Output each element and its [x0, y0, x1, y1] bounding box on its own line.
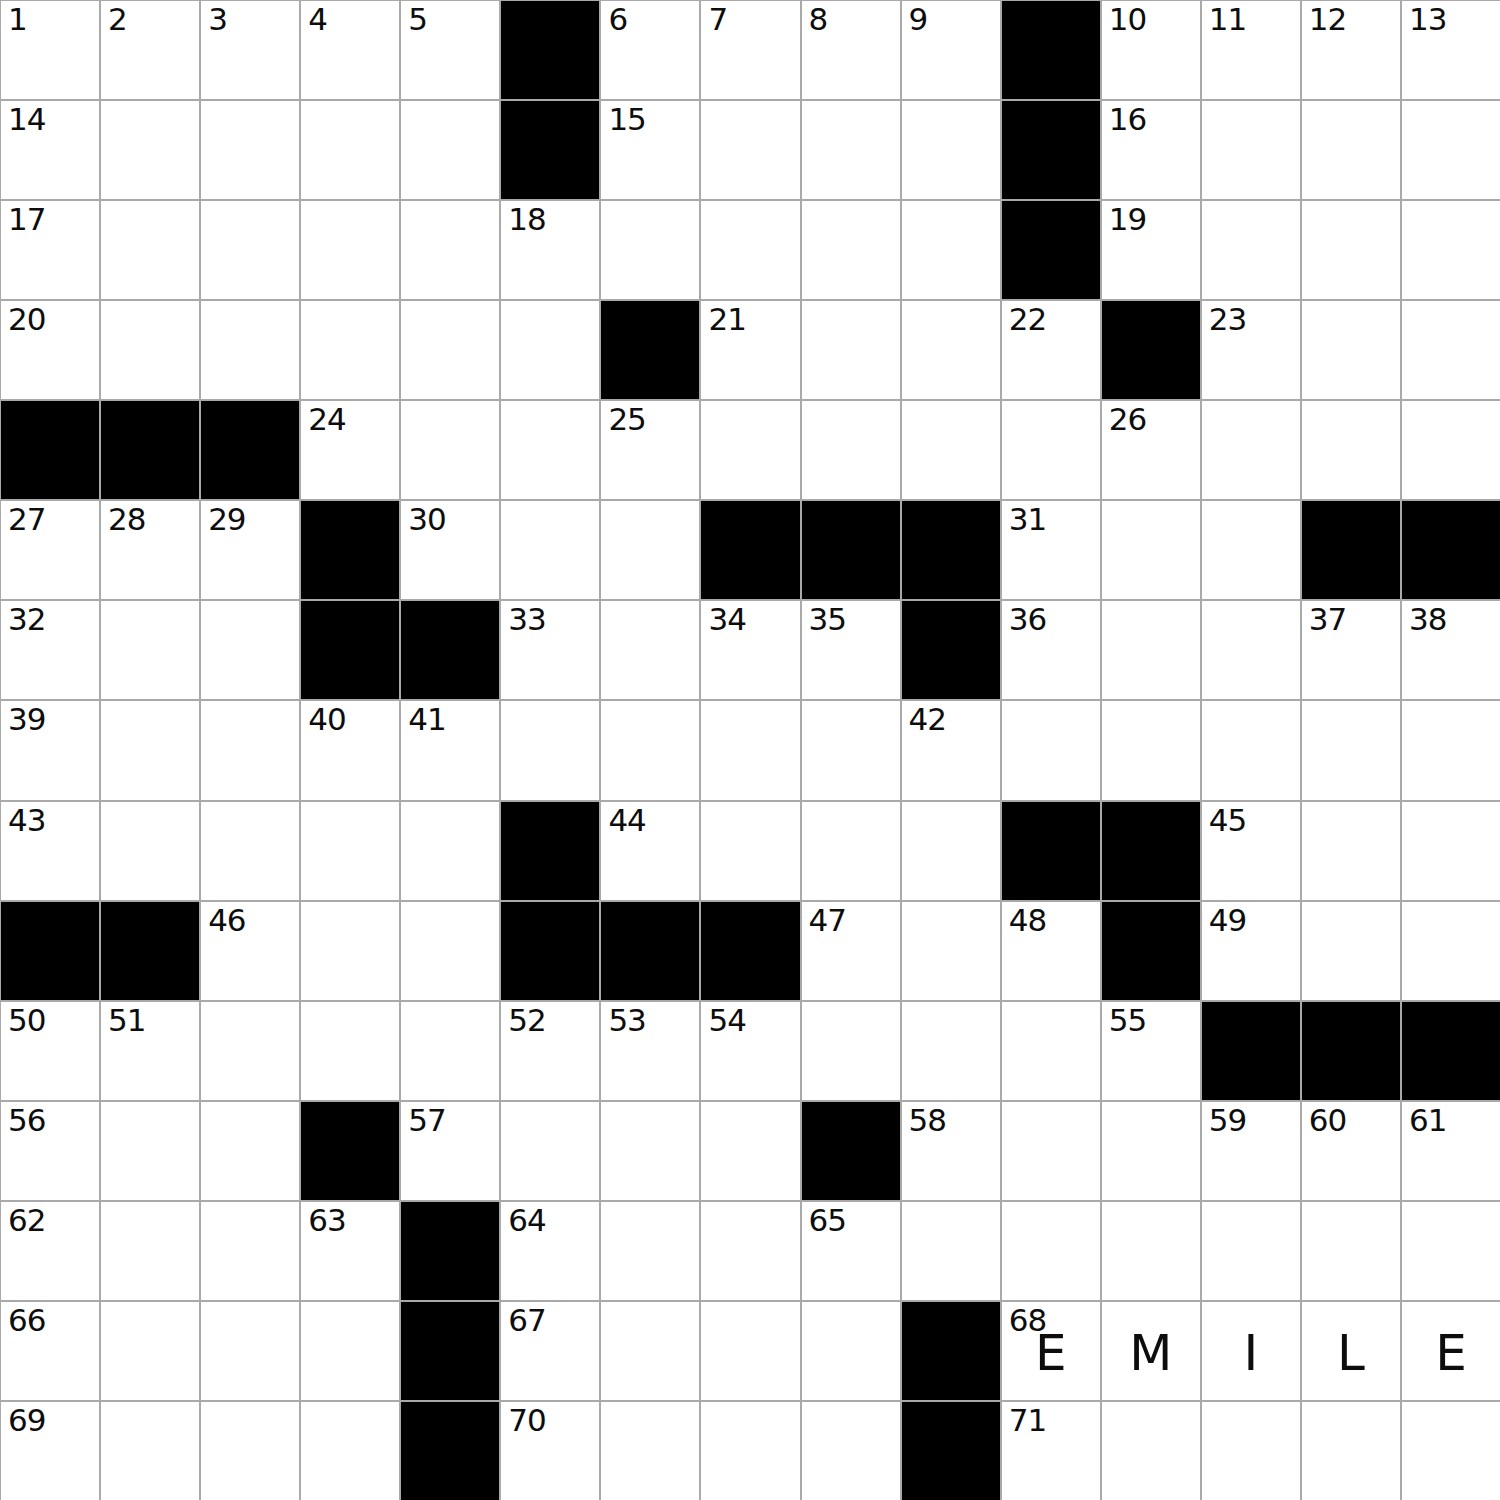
- cell-r4c12[interactable]: [1202, 401, 1300, 499]
- cell-r9c8[interactable]: 47: [802, 902, 900, 1000]
- cell-r8c7[interactable]: [701, 802, 799, 900]
- clue-number: 71: [1009, 1405, 1046, 1436]
- cell-r11c13[interactable]: 60: [1302, 1102, 1400, 1200]
- cell-r3c13[interactable]: [1302, 301, 1400, 399]
- block-cell-r5c7: [701, 501, 799, 599]
- clue-number: 8: [809, 4, 828, 35]
- cell-r0c2[interactable]: 3: [201, 1, 299, 99]
- block-cell-r9c1: [101, 902, 199, 1000]
- block-cell-r5c14: [1402, 501, 1500, 599]
- cell-r5c2[interactable]: 29: [201, 501, 299, 599]
- clue-number: 17: [8, 204, 45, 235]
- cell-r2c4[interactable]: [401, 201, 499, 299]
- cell-r3c4[interactable]: [401, 301, 499, 399]
- clue-number: 9: [909, 4, 928, 35]
- clue-number: 64: [508, 1205, 545, 1236]
- clue-number: 11: [1209, 4, 1246, 35]
- block-cell-r14c9: [902, 1402, 1000, 1500]
- cell-r4c13[interactable]: [1302, 401, 1400, 499]
- cell-r11c5[interactable]: [501, 1102, 599, 1200]
- clue-number: 56: [8, 1105, 45, 1136]
- cell-r7c0[interactable]: 39: [1, 701, 99, 799]
- cell-r10c8[interactable]: [802, 1002, 900, 1100]
- cell-r10c5[interactable]: 52: [501, 1002, 599, 1100]
- cell-r9c9[interactable]: [902, 902, 1000, 1000]
- cell-r12c10[interactable]: [1002, 1202, 1100, 1300]
- block-cell-r0c10: [1002, 1, 1100, 99]
- cell-r7c12[interactable]: [1202, 701, 1300, 799]
- cell-r11c0[interactable]: 56: [1, 1102, 99, 1200]
- cell-r1c13[interactable]: [1302, 101, 1400, 199]
- cell-r14c14[interactable]: [1402, 1402, 1500, 1500]
- cell-r0c7[interactable]: 7: [701, 1, 799, 99]
- cell-r11c12[interactable]: 59: [1202, 1102, 1300, 1200]
- cell-r1c0[interactable]: 14: [1, 101, 99, 199]
- cell-r2c5[interactable]: 18: [501, 201, 599, 299]
- cell-r1c4[interactable]: [401, 101, 499, 199]
- cell-r7c9[interactable]: 42: [902, 701, 1000, 799]
- cell-r14c13[interactable]: [1302, 1402, 1400, 1500]
- cell-r1c8[interactable]: [802, 101, 900, 199]
- clue-number: 44: [608, 805, 645, 836]
- cell-r9c4[interactable]: [401, 902, 499, 1000]
- cell-r2c6[interactable]: [601, 201, 699, 299]
- cell-r5c12[interactable]: [1202, 501, 1300, 599]
- clue-number: 66: [8, 1305, 45, 1336]
- cell-r10c1[interactable]: 51: [101, 1002, 199, 1100]
- cell-r1c6[interactable]: 15: [601, 101, 699, 199]
- block-cell-r4c2: [201, 401, 299, 499]
- cell-r4c14[interactable]: [1402, 401, 1500, 499]
- cell-r12c0[interactable]: 62: [1, 1202, 99, 1300]
- cell-r4c10[interactable]: [1002, 401, 1100, 499]
- cell-r3c2[interactable]: [201, 301, 299, 399]
- cell-r2c8[interactable]: [802, 201, 900, 299]
- cell-r0c6[interactable]: 6: [601, 1, 699, 99]
- cell-r2c13[interactable]: [1302, 201, 1400, 299]
- cell-r5c4[interactable]: 30: [401, 501, 499, 599]
- cell-r10c7[interactable]: 54: [701, 1002, 799, 1100]
- clue-number: 15: [608, 104, 645, 135]
- cell-r11c14[interactable]: 61: [1402, 1102, 1500, 1200]
- clue-number: 40: [308, 704, 345, 735]
- cell-r0c1[interactable]: 2: [101, 1, 199, 99]
- clue-number: 58: [909, 1105, 946, 1136]
- cell-r7c4[interactable]: 41: [401, 701, 499, 799]
- clue-number: 30: [408, 504, 445, 535]
- block-cell-r9c0: [1, 902, 99, 1000]
- block-cell-r6c4: [401, 601, 499, 699]
- clue-number: 45: [1209, 805, 1246, 836]
- cell-r9c14[interactable]: [1402, 902, 1500, 1000]
- clue-number: 24: [308, 404, 345, 435]
- cell-r14c3[interactable]: [301, 1402, 399, 1500]
- cell-r3c0[interactable]: 20: [1, 301, 99, 399]
- cell-r1c12[interactable]: [1202, 101, 1300, 199]
- cell-r2c9[interactable]: [902, 201, 1000, 299]
- cell-r1c3[interactable]: [301, 101, 399, 199]
- block-cell-r11c3: [301, 1102, 399, 1200]
- cell-r13c11[interactable]: M: [1102, 1302, 1200, 1400]
- clue-number: 41: [408, 704, 445, 735]
- cell-r6c10[interactable]: 36: [1002, 601, 1100, 699]
- cell-r13c14[interactable]: E: [1402, 1302, 1500, 1400]
- cell-r6c0[interactable]: 32: [1, 601, 99, 699]
- cell-r7c1[interactable]: [101, 701, 199, 799]
- block-cell-r5c3: [301, 501, 399, 599]
- clue-number: 32: [8, 604, 45, 635]
- clue-number: 38: [1409, 604, 1446, 635]
- cell-r2c3[interactable]: [301, 201, 399, 299]
- cell-r6c5[interactable]: 33: [501, 601, 599, 699]
- block-cell-r5c9: [902, 501, 1000, 599]
- clue-number: 16: [1109, 104, 1146, 135]
- clue-number: 14: [8, 104, 45, 135]
- cell-r3c1[interactable]: [101, 301, 199, 399]
- cell-r7c5[interactable]: [501, 701, 599, 799]
- block-cell-r1c10: [1002, 101, 1100, 199]
- block-cell-r13c9: [902, 1302, 1000, 1400]
- clue-number: 35: [809, 604, 846, 635]
- clue-number: 31: [1009, 504, 1046, 535]
- cell-r1c7[interactable]: [701, 101, 799, 199]
- cell-r1c9[interactable]: [902, 101, 1000, 199]
- block-cell-r12c4: [401, 1202, 499, 1300]
- cell-r4c4[interactable]: [401, 401, 499, 499]
- cell-r4c7[interactable]: [701, 401, 799, 499]
- block-cell-r5c8: [802, 501, 900, 599]
- cell-r7c10[interactable]: [1002, 701, 1100, 799]
- cell-r1c11[interactable]: 16: [1102, 101, 1200, 199]
- cell-r11c1[interactable]: [101, 1102, 199, 1200]
- cell-r2c1[interactable]: [101, 201, 199, 299]
- cell-r5c6[interactable]: [601, 501, 699, 599]
- cell-r13c2[interactable]: [201, 1302, 299, 1400]
- clue-number: 63: [308, 1205, 345, 1236]
- block-cell-r14c4: [401, 1402, 499, 1500]
- block-cell-r9c11: [1102, 902, 1200, 1000]
- cell-r3c10[interactable]: 22: [1002, 301, 1100, 399]
- clue-number: 22: [1009, 304, 1046, 335]
- cell-r9c12[interactable]: 49: [1202, 902, 1300, 1000]
- cell-r12c5[interactable]: 64: [501, 1202, 599, 1300]
- clue-number: 1: [8, 4, 27, 35]
- cell-r12c1[interactable]: [101, 1202, 199, 1300]
- cell-r6c2[interactable]: [201, 601, 299, 699]
- cell-r0c3[interactable]: 4: [301, 1, 399, 99]
- cell-r10c9[interactable]: [902, 1002, 1000, 1100]
- cell-r7c11[interactable]: [1102, 701, 1200, 799]
- cell-r12c11[interactable]: [1102, 1202, 1200, 1300]
- cell-r13c5[interactable]: 67: [501, 1302, 599, 1400]
- cell-r8c3[interactable]: [301, 802, 399, 900]
- clue-number: 57: [408, 1105, 445, 1136]
- block-cell-r2c10: [1002, 201, 1100, 299]
- cell-r2c7[interactable]: [701, 201, 799, 299]
- cell-r14c0[interactable]: 69: [1, 1402, 99, 1500]
- clue-number: 42: [909, 704, 946, 735]
- block-cell-r6c3: [301, 601, 399, 699]
- cell-r8c8[interactable]: [802, 802, 900, 900]
- clue-number: 34: [708, 604, 745, 635]
- clue-number: 65: [809, 1205, 846, 1236]
- cell-r2c12[interactable]: [1202, 201, 1300, 299]
- cell-r10c10[interactable]: [1002, 1002, 1100, 1100]
- clue-number: 25: [608, 404, 645, 435]
- clue-number: 70: [508, 1405, 545, 1436]
- cell-r14c5[interactable]: 70: [501, 1402, 599, 1500]
- clue-number: 50: [8, 1005, 45, 1036]
- block-cell-r11c8: [802, 1102, 900, 1200]
- cell-r3c12[interactable]: 23: [1202, 301, 1300, 399]
- cell-r7c14[interactable]: [1402, 701, 1500, 799]
- block-cell-r3c6: [601, 301, 699, 399]
- clue-number: 61: [1409, 1105, 1446, 1136]
- cell-r3c3[interactable]: [301, 301, 399, 399]
- clue-number: 4: [308, 4, 327, 35]
- cell-r11c2[interactable]: [201, 1102, 299, 1200]
- cell-r0c14[interactable]: 13: [1402, 1, 1500, 99]
- cell-r6c13[interactable]: 37: [1302, 601, 1400, 699]
- cell-r4c5[interactable]: [501, 401, 599, 499]
- cell-r8c1[interactable]: [101, 802, 199, 900]
- cell-r7c2[interactable]: [201, 701, 299, 799]
- cell-r0c11[interactable]: 10: [1102, 1, 1200, 99]
- cell-r5c11[interactable]: [1102, 501, 1200, 599]
- clue-number: 26: [1109, 404, 1146, 435]
- clue-number: 55: [1109, 1005, 1146, 1036]
- clue-number: 12: [1309, 4, 1346, 35]
- clue-number: 54: [708, 1005, 745, 1036]
- cell-r14c2[interactable]: [201, 1402, 299, 1500]
- block-cell-r6c9: [902, 601, 1000, 699]
- cell-r14c1[interactable]: [101, 1402, 199, 1500]
- cell-r8c2[interactable]: [201, 802, 299, 900]
- cell-r1c2[interactable]: [201, 101, 299, 199]
- cell-r4c11[interactable]: 26: [1102, 401, 1200, 499]
- cell-r2c11[interactable]: 19: [1102, 201, 1200, 299]
- cell-r2c0[interactable]: 17: [1, 201, 99, 299]
- cell-r9c2[interactable]: 46: [201, 902, 299, 1000]
- cell-r13c12[interactable]: I: [1202, 1302, 1300, 1400]
- cell-r5c5[interactable]: [501, 501, 599, 599]
- cell-r14c11[interactable]: [1102, 1402, 1200, 1500]
- clue-number: 49: [1209, 905, 1246, 936]
- cell-r3c14[interactable]: [1402, 301, 1500, 399]
- cell-r6c7[interactable]: 34: [701, 601, 799, 699]
- cell-r1c1[interactable]: [101, 101, 199, 199]
- block-cell-r10c13: [1302, 1002, 1400, 1100]
- clue-number: 36: [1009, 604, 1046, 635]
- clue-number: 51: [108, 1005, 145, 1036]
- cell-r12c14[interactable]: [1402, 1202, 1500, 1300]
- cell-r4c3[interactable]: 24: [301, 401, 399, 499]
- block-cell-r13c4: [401, 1302, 499, 1400]
- cell-r9c13[interactable]: [1302, 902, 1400, 1000]
- cell-r10c6[interactable]: 53: [601, 1002, 699, 1100]
- cell-r0c0[interactable]: 1: [1, 1, 99, 99]
- cell-r12c3[interactable]: 63: [301, 1202, 399, 1300]
- cell-r11c11[interactable]: [1102, 1102, 1200, 1200]
- clue-number: 27: [8, 504, 45, 535]
- clue-number: 47: [809, 905, 846, 936]
- block-cell-r4c1: [101, 401, 199, 499]
- cell-r10c3[interactable]: [301, 1002, 399, 1100]
- cell-r7c8[interactable]: [802, 701, 900, 799]
- clue-number: 48: [1009, 905, 1046, 936]
- clue-number: 62: [8, 1205, 45, 1236]
- cell-r13c6[interactable]: [601, 1302, 699, 1400]
- cell-r7c7[interactable]: [701, 701, 799, 799]
- cell-r5c1[interactable]: 28: [101, 501, 199, 599]
- clue-number: 5: [408, 4, 427, 35]
- cell-r11c6[interactable]: [601, 1102, 699, 1200]
- cell-r12c8[interactable]: 65: [802, 1202, 900, 1300]
- cell-r7c3[interactable]: 40: [301, 701, 399, 799]
- cell-letter: I: [1202, 1302, 1300, 1400]
- clue-number: 43: [8, 805, 45, 836]
- block-cell-r8c10: [1002, 802, 1100, 900]
- cell-r0c12[interactable]: 11: [1202, 1, 1300, 99]
- cell-r1c14[interactable]: [1402, 101, 1500, 199]
- cell-r6c8[interactable]: 35: [802, 601, 900, 699]
- cell-r13c8[interactable]: [802, 1302, 900, 1400]
- clue-number: 53: [608, 1005, 645, 1036]
- block-cell-r1c5: [501, 101, 599, 199]
- clue-number: 3: [208, 4, 227, 35]
- cell-r8c13[interactable]: [1302, 802, 1400, 900]
- cell-r0c9[interactable]: 9: [902, 1, 1000, 99]
- cell-letter: E: [1402, 1302, 1500, 1400]
- clue-number: 6: [608, 4, 627, 35]
- cell-r0c13[interactable]: 12: [1302, 1, 1400, 99]
- cell-r12c2[interactable]: [201, 1202, 299, 1300]
- cell-r7c6[interactable]: [601, 701, 699, 799]
- cell-r13c13[interactable]: L: [1302, 1302, 1400, 1400]
- block-cell-r5c13: [1302, 501, 1400, 599]
- cell-r3c9[interactable]: [902, 301, 1000, 399]
- cell-r9c10[interactable]: 48: [1002, 902, 1100, 1000]
- cell-r10c0[interactable]: 50: [1, 1002, 99, 1100]
- cell-r8c4[interactable]: [401, 802, 499, 900]
- clue-number: 33: [508, 604, 545, 635]
- clue-number: 69: [8, 1405, 45, 1436]
- block-cell-r0c5: [501, 1, 599, 99]
- cell-r12c6[interactable]: [601, 1202, 699, 1300]
- clue-number: 52: [508, 1005, 545, 1036]
- cell-r8c0[interactable]: 43: [1, 802, 99, 900]
- cell-r3c7[interactable]: 21: [701, 301, 799, 399]
- crossword-board: 1234567891011121314151617181920212223242…: [0, 0, 1500, 1500]
- cell-r8c6[interactable]: 44: [601, 802, 699, 900]
- cell-r3c5[interactable]: [501, 301, 599, 399]
- cell-r14c7[interactable]: [701, 1402, 799, 1500]
- cell-r4c6[interactable]: 25: [601, 401, 699, 499]
- cell-r5c10[interactable]: 31: [1002, 501, 1100, 599]
- cell-r10c11[interactable]: 55: [1102, 1002, 1200, 1100]
- cell-r12c9[interactable]: [902, 1202, 1000, 1300]
- cell-r13c0[interactable]: 66: [1, 1302, 99, 1400]
- clue-number: 19: [1109, 204, 1146, 235]
- clue-number: 13: [1409, 4, 1446, 35]
- cell-r14c10[interactable]: 71: [1002, 1402, 1100, 1500]
- cell-letter: E: [1002, 1302, 1100, 1400]
- cell-r9c3[interactable]: [301, 902, 399, 1000]
- cell-r8c9[interactable]: [902, 802, 1000, 900]
- block-cell-r10c12: [1202, 1002, 1300, 1100]
- cell-r6c6[interactable]: [601, 601, 699, 699]
- cell-r13c1[interactable]: [101, 1302, 199, 1400]
- cell-letter: L: [1302, 1302, 1400, 1400]
- block-cell-r9c6: [601, 902, 699, 1000]
- clue-number: 20: [8, 304, 45, 335]
- crossword-board-wrap: 1234567891011121314151617181920212223242…: [0, 0, 1500, 1500]
- clue-number: 37: [1309, 604, 1346, 635]
- cell-r4c9[interactable]: [902, 401, 1000, 499]
- cell-r11c7[interactable]: [701, 1102, 799, 1200]
- cell-r11c10[interactable]: [1002, 1102, 1100, 1200]
- cell-r13c10[interactable]: 68E: [1002, 1302, 1100, 1400]
- cell-r8c14[interactable]: [1402, 802, 1500, 900]
- clue-number: 60: [1309, 1105, 1346, 1136]
- cell-r5c0[interactable]: 27: [1, 501, 99, 599]
- cell-r2c2[interactable]: [201, 201, 299, 299]
- clue-number: 46: [208, 905, 245, 936]
- block-cell-r4c0: [1, 401, 99, 499]
- cell-r11c9[interactable]: 58: [902, 1102, 1000, 1200]
- cell-r14c8[interactable]: [802, 1402, 900, 1500]
- cell-r12c12[interactable]: [1202, 1202, 1300, 1300]
- cell-r11c4[interactable]: 57: [401, 1102, 499, 1200]
- cell-r8c12[interactable]: 45: [1202, 802, 1300, 900]
- clue-number: 21: [708, 304, 745, 335]
- cell-r6c1[interactable]: [101, 601, 199, 699]
- clue-number: 29: [208, 504, 245, 535]
- cell-r13c7[interactable]: [701, 1302, 799, 1400]
- clue-number: 67: [508, 1305, 545, 1336]
- cell-r12c13[interactable]: [1302, 1202, 1400, 1300]
- cell-r3c8[interactable]: [802, 301, 900, 399]
- clue-number: 18: [508, 204, 545, 235]
- cell-r0c4[interactable]: 5: [401, 1, 499, 99]
- cell-r6c14[interactable]: 38: [1402, 601, 1500, 699]
- block-cell-r9c7: [701, 902, 799, 1000]
- clue-number: 7: [708, 4, 727, 35]
- cell-r2c14[interactable]: [1402, 201, 1500, 299]
- clue-number: 2: [108, 4, 127, 35]
- cell-r10c4[interactable]: [401, 1002, 499, 1100]
- cell-r6c11[interactable]: [1102, 601, 1200, 699]
- block-cell-r9c5: [501, 902, 599, 1000]
- clue-number: 28: [108, 504, 145, 535]
- cell-r12c7[interactable]: [701, 1202, 799, 1300]
- cell-r14c6[interactable]: [601, 1402, 699, 1500]
- block-cell-r8c11: [1102, 802, 1200, 900]
- clue-number: 39: [8, 704, 45, 735]
- cell-r10c2[interactable]: [201, 1002, 299, 1100]
- clue-number: 59: [1209, 1105, 1246, 1136]
- block-cell-r10c14: [1402, 1002, 1500, 1100]
- cell-r13c3[interactable]: [301, 1302, 399, 1400]
- cell-letter: M: [1102, 1302, 1200, 1400]
- cell-r7c13[interactable]: [1302, 701, 1400, 799]
- cell-r6c12[interactable]: [1202, 601, 1300, 699]
- clue-number: 10: [1109, 4, 1146, 35]
- cell-r14c12[interactable]: [1202, 1402, 1300, 1500]
- cell-r0c8[interactable]: 8: [802, 1, 900, 99]
- block-cell-r3c11: [1102, 301, 1200, 399]
- cell-r4c8[interactable]: [802, 401, 900, 499]
